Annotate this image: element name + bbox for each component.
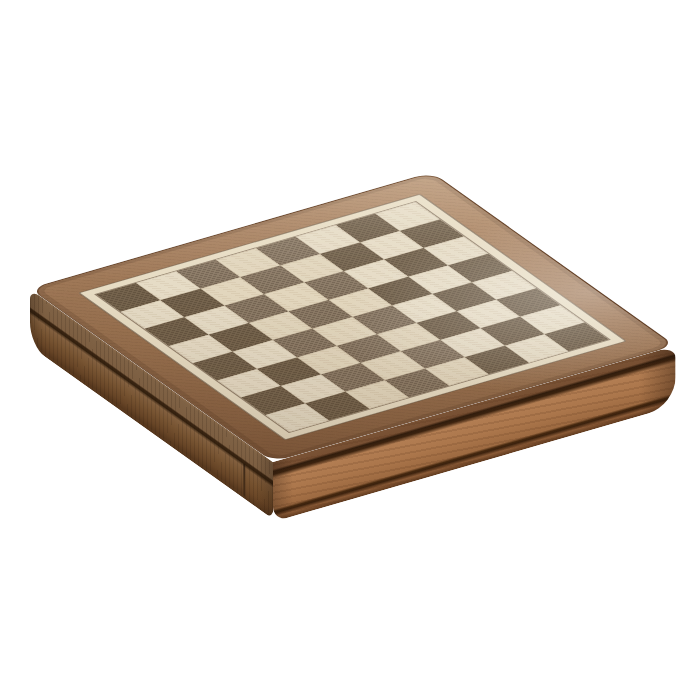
drawer-front-seam — [243, 463, 244, 497]
product-photo — [0, 0, 700, 700]
